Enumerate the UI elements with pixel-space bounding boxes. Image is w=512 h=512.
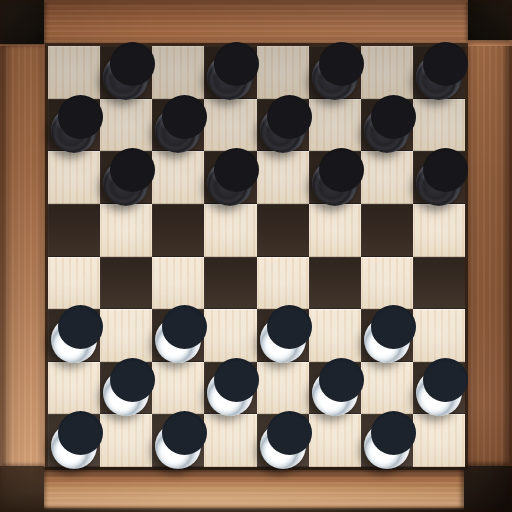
board-square[interactable] bbox=[100, 99, 152, 152]
board-square[interactable] bbox=[152, 204, 204, 257]
board-square[interactable] bbox=[309, 414, 361, 467]
checkers-board bbox=[48, 46, 465, 467]
black-piece[interactable] bbox=[260, 107, 306, 153]
black-piece[interactable] bbox=[103, 160, 149, 206]
frame-rail-top bbox=[0, 0, 512, 46]
board-square[interactable] bbox=[48, 362, 100, 415]
black-piece[interactable] bbox=[416, 54, 462, 100]
board-square[interactable] bbox=[100, 309, 152, 362]
board-square[interactable] bbox=[204, 309, 256, 362]
frame-rail-left bbox=[0, 46, 48, 467]
frame-corner-bottom-right bbox=[464, 466, 512, 512]
board-square[interactable] bbox=[257, 257, 309, 310]
board-square[interactable] bbox=[48, 257, 100, 310]
black-piece[interactable] bbox=[51, 107, 97, 153]
white-piece[interactable] bbox=[51, 423, 97, 469]
board-square[interactable] bbox=[309, 309, 361, 362]
board-square[interactable] bbox=[361, 362, 413, 415]
black-piece[interactable] bbox=[312, 160, 358, 206]
board-square[interactable] bbox=[361, 204, 413, 257]
board-square[interactable] bbox=[204, 257, 256, 310]
board-square[interactable] bbox=[413, 309, 465, 362]
board-square[interactable] bbox=[48, 151, 100, 204]
board-square[interactable] bbox=[361, 151, 413, 204]
board-square[interactable] bbox=[309, 99, 361, 152]
board-square[interactable] bbox=[257, 204, 309, 257]
frame-rail-bottom bbox=[0, 467, 512, 512]
white-piece[interactable] bbox=[260, 317, 306, 363]
board-square[interactable] bbox=[257, 362, 309, 415]
checkers-app-screen bbox=[0, 0, 512, 512]
frame-corner-top-left bbox=[0, 0, 44, 44]
board-square[interactable] bbox=[48, 46, 100, 99]
board-square[interactable] bbox=[152, 362, 204, 415]
black-piece[interactable] bbox=[364, 107, 410, 153]
black-piece[interactable] bbox=[312, 54, 358, 100]
frame-corner-bottom-left bbox=[0, 466, 44, 512]
board-square[interactable] bbox=[204, 414, 256, 467]
frame-rail-right bbox=[465, 46, 512, 467]
white-piece[interactable] bbox=[416, 370, 462, 416]
frame-corner-top-right bbox=[468, 0, 512, 40]
board-square[interactable] bbox=[309, 257, 361, 310]
white-piece[interactable] bbox=[312, 370, 358, 416]
white-piece[interactable] bbox=[260, 423, 306, 469]
board-square[interactable] bbox=[204, 99, 256, 152]
board-square[interactable] bbox=[361, 46, 413, 99]
board-square[interactable] bbox=[257, 46, 309, 99]
board-square[interactable] bbox=[257, 151, 309, 204]
white-piece[interactable] bbox=[155, 423, 201, 469]
board-square[interactable] bbox=[100, 257, 152, 310]
board-square[interactable] bbox=[361, 257, 413, 310]
board-square[interactable] bbox=[152, 46, 204, 99]
board-square[interactable] bbox=[413, 99, 465, 152]
black-piece[interactable] bbox=[207, 160, 253, 206]
board-square[interactable] bbox=[48, 204, 100, 257]
board-square[interactable] bbox=[100, 414, 152, 467]
board-square[interactable] bbox=[309, 204, 361, 257]
black-piece[interactable] bbox=[416, 160, 462, 206]
black-piece[interactable] bbox=[155, 107, 201, 153]
board-square[interactable] bbox=[413, 257, 465, 310]
board-square[interactable] bbox=[152, 257, 204, 310]
board-square[interactable] bbox=[204, 204, 256, 257]
white-piece[interactable] bbox=[364, 317, 410, 363]
white-piece[interactable] bbox=[103, 370, 149, 416]
board-square[interactable] bbox=[413, 204, 465, 257]
board-square[interactable] bbox=[100, 204, 152, 257]
board-square[interactable] bbox=[152, 151, 204, 204]
white-piece[interactable] bbox=[364, 423, 410, 469]
board-square[interactable] bbox=[413, 414, 465, 467]
